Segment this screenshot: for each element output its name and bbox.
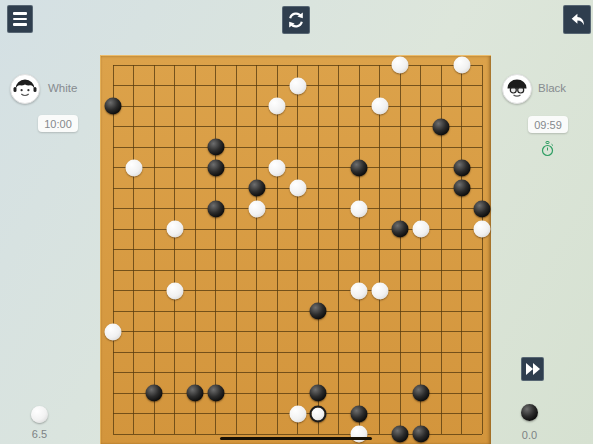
board-intersection[interactable] (308, 178, 329, 199)
board-intersection[interactable] (165, 404, 186, 425)
board-intersection[interactable] (370, 342, 391, 363)
board-intersection[interactable] (452, 219, 473, 240)
board-intersection[interactable] (349, 178, 370, 199)
board-intersection[interactable] (452, 363, 473, 384)
board-intersection[interactable] (103, 424, 124, 444)
board-intersection[interactable] (452, 137, 473, 158)
board-intersection[interactable] (349, 342, 370, 363)
board-intersection[interactable] (103, 158, 124, 179)
board-intersection[interactable] (144, 240, 165, 261)
board-intersection[interactable] (144, 55, 165, 76)
board-intersection[interactable] (165, 219, 186, 240)
board-intersection[interactable] (349, 240, 370, 261)
board-intersection[interactable] (349, 137, 370, 158)
board-intersection[interactable] (308, 117, 329, 138)
board-intersection[interactable] (124, 322, 145, 343)
board-intersection[interactable] (185, 178, 206, 199)
board-intersection[interactable] (124, 219, 145, 240)
board-intersection[interactable] (226, 424, 247, 444)
board-intersection[interactable] (349, 219, 370, 240)
board-intersection[interactable] (185, 96, 206, 117)
board-intersection[interactable] (206, 383, 227, 404)
board-intersection[interactable] (370, 281, 391, 302)
board-intersection[interactable] (288, 363, 309, 384)
board-intersection[interactable] (206, 199, 227, 220)
board-intersection[interactable] (103, 137, 124, 158)
board-intersection[interactable] (247, 383, 268, 404)
board-intersection[interactable] (411, 281, 432, 302)
board-intersection[interactable] (226, 178, 247, 199)
board-intersection[interactable] (370, 363, 391, 384)
board-intersection[interactable] (206, 404, 227, 425)
board-intersection[interactable] (329, 383, 350, 404)
board-intersection[interactable] (103, 240, 124, 261)
board-intersection[interactable] (144, 158, 165, 179)
board-intersection[interactable] (411, 404, 432, 425)
board-intersection[interactable] (390, 281, 411, 302)
board-intersection[interactable] (165, 281, 186, 302)
board-intersection[interactable] (390, 137, 411, 158)
board-intersection[interactable] (206, 76, 227, 97)
board-intersection[interactable] (165, 76, 186, 97)
board-intersection[interactable] (226, 404, 247, 425)
board-intersection[interactable] (185, 383, 206, 404)
board-intersection[interactable] (288, 96, 309, 117)
board-intersection[interactable] (349, 76, 370, 97)
board-intersection[interactable] (267, 219, 288, 240)
board-intersection[interactable] (103, 363, 124, 384)
board-intersection[interactable] (370, 55, 391, 76)
board-intersection[interactable] (411, 178, 432, 199)
board-intersection[interactable] (370, 96, 391, 117)
board-intersection[interactable] (431, 219, 452, 240)
board-intersection[interactable] (329, 199, 350, 220)
board-intersection[interactable] (226, 117, 247, 138)
board-intersection[interactable] (103, 76, 124, 97)
board-intersection[interactable] (165, 322, 186, 343)
board-intersection[interactable] (165, 117, 186, 138)
board-intersection[interactable] (411, 240, 432, 261)
board-intersection[interactable] (431, 96, 452, 117)
board-intersection[interactable] (288, 117, 309, 138)
board-intersection[interactable] (370, 322, 391, 343)
board-intersection[interactable] (185, 219, 206, 240)
board-intersection[interactable] (206, 219, 227, 240)
board-intersection[interactable] (349, 301, 370, 322)
board-intersection[interactable] (247, 158, 268, 179)
board-intersection[interactable] (370, 117, 391, 138)
board-intersection[interactable] (411, 322, 432, 343)
board-intersection[interactable] (226, 363, 247, 384)
board-intersection[interactable] (329, 322, 350, 343)
board-intersection[interactable] (472, 96, 493, 117)
board-intersection[interactable] (185, 240, 206, 261)
board-intersection[interactable] (144, 301, 165, 322)
board-intersection[interactable] (226, 342, 247, 363)
board-intersection[interactable] (124, 158, 145, 179)
board-intersection[interactable] (370, 240, 391, 261)
board-intersection[interactable] (308, 342, 329, 363)
board-intersection[interactable] (411, 342, 432, 363)
board-intersection[interactable] (390, 260, 411, 281)
board-intersection[interactable] (165, 342, 186, 363)
board-intersection[interactable] (103, 383, 124, 404)
board-intersection[interactable] (472, 260, 493, 281)
board-intersection[interactable] (329, 96, 350, 117)
board-intersection[interactable] (411, 260, 432, 281)
board-intersection[interactable] (144, 96, 165, 117)
board-intersection[interactable] (370, 301, 391, 322)
board-intersection[interactable] (247, 240, 268, 261)
board-intersection[interactable] (472, 158, 493, 179)
board-intersection[interactable] (390, 383, 411, 404)
board-intersection[interactable] (390, 342, 411, 363)
board-intersection[interactable] (472, 240, 493, 261)
board-intersection[interactable] (370, 158, 391, 179)
board-intersection[interactable] (452, 383, 473, 404)
board-intersection[interactable] (226, 137, 247, 158)
board-intersection[interactable] (288, 342, 309, 363)
board-intersection[interactable] (124, 199, 145, 220)
board-intersection[interactable] (124, 76, 145, 97)
board-intersection[interactable] (103, 178, 124, 199)
board-intersection[interactable] (124, 301, 145, 322)
board-intersection[interactable] (431, 383, 452, 404)
board-intersection[interactable] (206, 240, 227, 261)
board-intersection[interactable] (206, 342, 227, 363)
board-intersection[interactable] (288, 137, 309, 158)
board-intersection[interactable] (370, 178, 391, 199)
board-intersection[interactable] (390, 301, 411, 322)
board-intersection[interactable] (288, 55, 309, 76)
board-intersection[interactable] (329, 281, 350, 302)
board-intersection[interactable] (472, 342, 493, 363)
board-intersection[interactable] (390, 404, 411, 425)
board-intersection[interactable] (103, 117, 124, 138)
board-intersection[interactable] (431, 404, 452, 425)
board-intersection[interactable] (124, 240, 145, 261)
board-intersection[interactable] (144, 281, 165, 302)
board-intersection[interactable] (267, 281, 288, 302)
board-intersection[interactable] (308, 260, 329, 281)
board-intersection[interactable] (124, 424, 145, 444)
board-intersection[interactable] (124, 96, 145, 117)
board-intersection[interactable] (308, 363, 329, 384)
board-intersection[interactable] (288, 76, 309, 97)
board-intersection[interactable] (247, 178, 268, 199)
board-intersection[interactable] (308, 158, 329, 179)
board-intersection[interactable] (144, 424, 165, 444)
board-intersection[interactable] (452, 342, 473, 363)
board-intersection[interactable] (329, 117, 350, 138)
board-intersection[interactable] (103, 219, 124, 240)
board-intersection[interactable] (308, 219, 329, 240)
board-intersection[interactable] (390, 363, 411, 384)
board-intersection[interactable] (472, 281, 493, 302)
board-intersection[interactable] (472, 178, 493, 199)
board-intersection[interactable] (247, 96, 268, 117)
board-intersection[interactable] (308, 383, 329, 404)
board-intersection[interactable] (185, 137, 206, 158)
board-intersection[interactable] (308, 322, 329, 343)
board-intersection[interactable] (144, 342, 165, 363)
board-intersection[interactable] (124, 137, 145, 158)
board-intersection[interactable] (452, 260, 473, 281)
board-intersection[interactable] (329, 301, 350, 322)
board-intersection[interactable] (431, 76, 452, 97)
board-intersection[interactable] (452, 158, 473, 179)
board-intersection[interactable] (103, 55, 124, 76)
board-intersection[interactable] (103, 199, 124, 220)
board-intersection[interactable] (247, 199, 268, 220)
board-intersection[interactable] (185, 322, 206, 343)
board-intersection[interactable] (288, 240, 309, 261)
board-intersection[interactable] (165, 55, 186, 76)
board-intersection[interactable] (165, 260, 186, 281)
board-intersection[interactable] (144, 199, 165, 220)
board-intersection[interactable] (247, 219, 268, 240)
board-intersection[interactable] (185, 158, 206, 179)
board-intersection[interactable] (370, 383, 391, 404)
board-intersection[interactable] (288, 158, 309, 179)
board-intersection[interactable] (206, 322, 227, 343)
board-intersection[interactable] (329, 240, 350, 261)
board-intersection[interactable] (329, 76, 350, 97)
board-intersection[interactable] (144, 404, 165, 425)
board-intersection[interactable] (124, 404, 145, 425)
board-intersection[interactable] (472, 76, 493, 97)
board-intersection[interactable] (165, 424, 186, 444)
board-intersection[interactable] (267, 158, 288, 179)
board-intersection[interactable] (144, 363, 165, 384)
board-intersection[interactable] (390, 117, 411, 138)
board-intersection[interactable] (247, 301, 268, 322)
board-intersection[interactable] (390, 76, 411, 97)
board-intersection[interactable] (308, 76, 329, 97)
refresh-button[interactable] (282, 6, 310, 34)
board-intersection[interactable] (226, 55, 247, 76)
board-intersection[interactable] (267, 363, 288, 384)
board-intersection[interactable] (226, 383, 247, 404)
board-intersection[interactable] (185, 363, 206, 384)
board-intersection[interactable] (267, 404, 288, 425)
board-intersection[interactable] (308, 199, 329, 220)
board-intersection[interactable] (370, 424, 391, 444)
board-intersection[interactable] (431, 260, 452, 281)
board-intersection[interactable] (144, 383, 165, 404)
board-intersection[interactable] (267, 383, 288, 404)
board-intersection[interactable] (185, 342, 206, 363)
board-intersection[interactable] (452, 424, 473, 444)
board-intersection[interactable] (247, 322, 268, 343)
board-intersection[interactable] (411, 383, 432, 404)
board-intersection[interactable] (431, 137, 452, 158)
board-intersection[interactable] (206, 158, 227, 179)
board-intersection[interactable] (411, 301, 432, 322)
board-intersection[interactable] (226, 199, 247, 220)
board-intersection[interactable] (185, 55, 206, 76)
board-intersection[interactable] (226, 158, 247, 179)
board-intersection[interactable] (370, 137, 391, 158)
board-intersection[interactable] (103, 281, 124, 302)
board-intersection[interactable] (144, 137, 165, 158)
board-intersection[interactable] (472, 219, 493, 240)
board-intersection[interactable] (165, 178, 186, 199)
board-intersection[interactable] (431, 301, 452, 322)
board-intersection[interactable] (329, 178, 350, 199)
board-intersection[interactable] (226, 281, 247, 302)
board-intersection[interactable] (472, 55, 493, 76)
board-intersection[interactable] (144, 76, 165, 97)
board-intersection[interactable] (472, 137, 493, 158)
board-intersection[interactable] (452, 117, 473, 138)
board-intersection[interactable] (411, 158, 432, 179)
board-intersection[interactable] (144, 322, 165, 343)
board-intersection[interactable] (103, 96, 124, 117)
board-intersection[interactable] (329, 424, 350, 444)
board-intersection[interactable] (206, 117, 227, 138)
board-intersection[interactable] (390, 424, 411, 444)
board-intersection[interactable] (370, 404, 391, 425)
board-intersection[interactable] (165, 199, 186, 220)
board-intersection[interactable] (329, 363, 350, 384)
board-intersection[interactable] (206, 301, 227, 322)
board-intersection[interactable] (165, 137, 186, 158)
board-intersection[interactable] (411, 137, 432, 158)
board-intersection[interactable] (431, 342, 452, 363)
board-intersection[interactable] (267, 199, 288, 220)
board-intersection[interactable] (247, 137, 268, 158)
board-intersection[interactable] (308, 96, 329, 117)
board-intersection[interactable] (247, 55, 268, 76)
board-intersection[interactable] (226, 96, 247, 117)
board-intersection[interactable] (472, 322, 493, 343)
board-intersection[interactable] (288, 178, 309, 199)
board-intersection[interactable] (308, 240, 329, 261)
board-intersection[interactable] (390, 178, 411, 199)
board-intersection[interactable] (247, 117, 268, 138)
board-intersection[interactable] (308, 404, 329, 425)
board-intersection[interactable] (308, 137, 329, 158)
board-intersection[interactable] (124, 342, 145, 363)
board-intersection[interactable] (288, 424, 309, 444)
board-intersection[interactable] (267, 117, 288, 138)
board-intersection[interactable] (411, 55, 432, 76)
board-intersection[interactable] (472, 404, 493, 425)
board-intersection[interactable] (308, 424, 329, 444)
board-intersection[interactable] (103, 260, 124, 281)
board-intersection[interactable] (349, 260, 370, 281)
board-intersection[interactable] (349, 383, 370, 404)
board-intersection[interactable] (329, 55, 350, 76)
board-intersection[interactable] (247, 342, 268, 363)
board-intersection[interactable] (185, 260, 206, 281)
board-intersection[interactable] (390, 240, 411, 261)
board-intersection[interactable] (431, 363, 452, 384)
board-intersection[interactable] (185, 117, 206, 138)
board-intersection[interactable] (390, 158, 411, 179)
board-intersection[interactable] (288, 281, 309, 302)
board-intersection[interactable] (308, 281, 329, 302)
board-intersection[interactable] (452, 240, 473, 261)
board-intersection[interactable] (267, 424, 288, 444)
board-intersection[interactable] (267, 137, 288, 158)
board-intersection[interactable] (390, 96, 411, 117)
board-intersection[interactable] (226, 301, 247, 322)
board-intersection[interactable] (267, 260, 288, 281)
board-intersection[interactable] (124, 383, 145, 404)
board-intersection[interactable] (124, 117, 145, 138)
board-intersection[interactable] (247, 363, 268, 384)
board-intersection[interactable] (288, 199, 309, 220)
board-intersection[interactable] (267, 240, 288, 261)
board-intersection[interactable] (349, 363, 370, 384)
board-intersection[interactable] (349, 322, 370, 343)
board-intersection[interactable] (349, 117, 370, 138)
board-intersection[interactable] (247, 76, 268, 97)
board-intersection[interactable] (144, 219, 165, 240)
board-intersection[interactable] (185, 76, 206, 97)
board-intersection[interactable] (411, 76, 432, 97)
board-intersection[interactable] (206, 96, 227, 117)
board-intersection[interactable] (452, 76, 473, 97)
board-intersection[interactable] (185, 404, 206, 425)
board-intersection[interactable] (411, 117, 432, 138)
board-intersection[interactable] (431, 424, 452, 444)
board-intersection[interactable] (206, 55, 227, 76)
board-intersection[interactable] (124, 260, 145, 281)
board-intersection[interactable] (431, 281, 452, 302)
board-intersection[interactable] (124, 363, 145, 384)
board-intersection[interactable] (103, 404, 124, 425)
board-intersection[interactable] (144, 260, 165, 281)
board-intersection[interactable] (308, 301, 329, 322)
move-slider-bar[interactable] (220, 437, 372, 440)
board-intersection[interactable] (288, 404, 309, 425)
board-intersection[interactable] (288, 322, 309, 343)
board-intersection[interactable] (452, 301, 473, 322)
board-intersection[interactable] (226, 219, 247, 240)
board-intersection[interactable] (206, 363, 227, 384)
board-intersection[interactable] (185, 424, 206, 444)
board-intersection[interactable] (267, 76, 288, 97)
board-intersection[interactable] (411, 363, 432, 384)
board-intersection[interactable] (124, 281, 145, 302)
board-intersection[interactable] (349, 404, 370, 425)
board-intersection[interactable] (329, 342, 350, 363)
board-intersection[interactable] (431, 158, 452, 179)
board-intersection[interactable] (349, 96, 370, 117)
board-intersection[interactable] (472, 301, 493, 322)
board-intersection[interactable] (431, 240, 452, 261)
board-intersection[interactable] (472, 424, 493, 444)
board-intersection[interactable] (390, 199, 411, 220)
board-intersection[interactable] (165, 363, 186, 384)
board-intersection[interactable] (267, 301, 288, 322)
fast-forward-button[interactable] (521, 357, 544, 381)
board-intersection[interactable] (288, 301, 309, 322)
board-intersection[interactable] (349, 158, 370, 179)
board-intersection[interactable] (206, 281, 227, 302)
board-intersection[interactable] (452, 96, 473, 117)
board-intersection[interactable] (370, 260, 391, 281)
board-intersection[interactable] (431, 55, 452, 76)
board-intersection[interactable] (452, 55, 473, 76)
board-intersection[interactable] (349, 199, 370, 220)
board-intersection[interactable] (452, 178, 473, 199)
board-intersection[interactable] (472, 383, 493, 404)
undo-button[interactable] (563, 5, 591, 34)
